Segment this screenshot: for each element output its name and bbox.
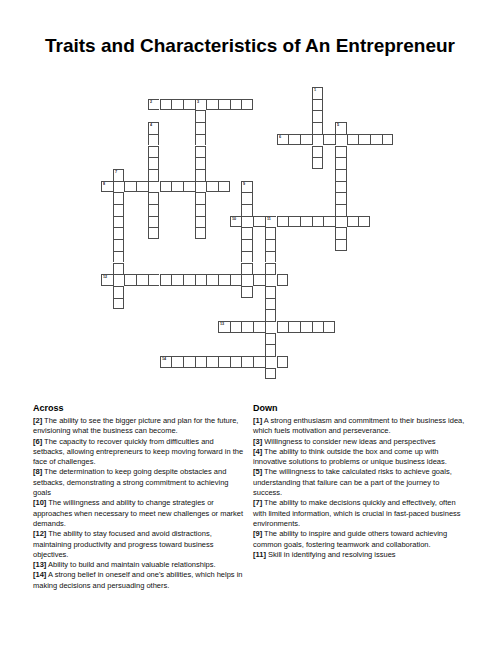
grid-cell[interactable] [265, 321, 277, 333]
grid-cell[interactable] [206, 99, 218, 111]
grid-cell[interactable] [183, 274, 195, 286]
grid-cell[interactable] [312, 110, 324, 122]
grid-cell[interactable] [241, 99, 253, 111]
grid-cell[interactable] [241, 239, 253, 251]
clue-number-label: [10] [33, 498, 46, 507]
clue-number: 10 [232, 217, 236, 221]
grid-cell[interactable] [312, 99, 324, 111]
grid-cell[interactable] [323, 321, 335, 333]
grid-cell[interactable] [300, 321, 312, 333]
grid-cell[interactable]: 9 [241, 181, 253, 193]
grid-cell[interactable] [113, 239, 125, 251]
grid-cell[interactable]: 10 [230, 216, 242, 228]
grid-cell[interactable] [218, 181, 230, 193]
grid-cell[interactable] [160, 274, 172, 286]
grid-cell[interactable] [241, 263, 253, 275]
grid-cell[interactable] [195, 110, 207, 122]
down-clue-list: [1] A strong enthusiasm and commitment t… [253, 416, 466, 560]
grid-cell[interactable] [358, 216, 370, 228]
across-clue-12: [12] The ability to stay focused and avo… [33, 529, 246, 560]
grid-cell[interactable] [113, 274, 125, 286]
across-clue-2: [2] The ability to see the bigger pictur… [33, 416, 246, 437]
grid-cell[interactable] [335, 192, 347, 204]
grid-cell[interactable] [218, 356, 230, 368]
grid-cell[interactable] [335, 134, 347, 146]
clue-number: 1 [314, 88, 316, 92]
grid-cell[interactable] [148, 157, 160, 169]
grid-cell[interactable] [241, 356, 253, 368]
grid-cell[interactable] [148, 192, 160, 204]
grid-cell[interactable] [265, 227, 277, 239]
clue-number-label: [7] [253, 498, 262, 507]
clue-number-label: [3] [253, 437, 262, 446]
grid-cell[interactable] [206, 181, 218, 193]
grid-cell[interactable] [148, 227, 160, 239]
grid-cell[interactable] [288, 321, 300, 333]
clue-number: 4 [150, 123, 152, 127]
clue-number-label: [2] [33, 416, 42, 425]
grid-cell[interactable] [265, 251, 277, 263]
grid-cell[interactable] [253, 321, 265, 333]
grid-cell[interactable] [113, 251, 125, 263]
clue-number-label: [11] [253, 550, 266, 559]
grid-cell[interactable] [171, 99, 183, 111]
grid-cell[interactable] [277, 356, 289, 368]
grid-cell[interactable] [312, 321, 324, 333]
clue-number: 5 [337, 123, 339, 127]
grid-cell[interactable] [265, 309, 277, 321]
grid-cell[interactable]: 7 [113, 169, 125, 181]
down-clue-11: [11] Skill in identifying and resolving … [253, 550, 466, 560]
grid-cell[interactable] [253, 356, 265, 368]
grid-cell[interactable] [300, 134, 312, 146]
clue-number-label: [9] [253, 529, 262, 538]
grid-cell[interactable] [195, 192, 207, 204]
grid-cell[interactable]: 2 [148, 99, 160, 111]
grid-cell[interactable] [195, 169, 207, 181]
grid-cell[interactable] [113, 192, 125, 204]
grid-cell[interactable] [113, 216, 125, 228]
grid-cell[interactable] [335, 169, 347, 181]
grid-cell[interactable] [136, 274, 148, 286]
grid-cell[interactable] [335, 181, 347, 193]
grid-cell[interactable] [265, 298, 277, 310]
grid-cell[interactable] [171, 274, 183, 286]
grid-cell[interactable] [113, 204, 125, 216]
across-clue-10: [10] The willingness and ability to chan… [33, 498, 246, 529]
clue-number: 7 [115, 170, 117, 174]
grid-cell[interactable] [265, 333, 277, 345]
clue-number-label: [13] [33, 560, 46, 569]
grid-cell[interactable] [265, 263, 277, 275]
grid-cell[interactable] [148, 216, 160, 228]
grid-cell[interactable] [195, 356, 207, 368]
grid-cell[interactable] [241, 274, 253, 286]
down-clue-1: [1] A strong enthusiasm and commitment t… [253, 416, 466, 437]
grid-cell[interactable]: 14 [160, 356, 172, 368]
down-heading: Down [253, 403, 466, 413]
grid-cell[interactable]: 6 [277, 134, 289, 146]
grid-cell[interactable] [312, 146, 324, 158]
grid-cell[interactable] [288, 216, 300, 228]
grid-cell[interactable] [148, 134, 160, 146]
clue-number-label: [4] [253, 447, 262, 456]
grid-cell[interactable] [183, 356, 195, 368]
grid-cell[interactable] [160, 99, 172, 111]
grid-cell[interactable]: 4 [148, 122, 160, 134]
grid-cell[interactable] [206, 274, 218, 286]
grid-cell[interactable] [241, 227, 253, 239]
clue-number: 3 [197, 100, 199, 104]
grid-cell[interactable] [241, 321, 253, 333]
grid-cell[interactable] [195, 204, 207, 216]
down-clue-9: [9] The ability to inspire and guide oth… [253, 529, 466, 550]
clue-number-label: [6] [33, 437, 42, 446]
grid-cell[interactable] [335, 157, 347, 169]
across-clue-list: [2] The ability to see the bigger pictur… [33, 416, 246, 591]
grid-cell[interactable] [195, 146, 207, 158]
clue-number: 11 [267, 217, 271, 221]
grid-cell[interactable] [335, 216, 347, 228]
grid-cell[interactable] [148, 204, 160, 216]
grid-cell[interactable] [195, 216, 207, 228]
across-clue-8: [8] The determination to keep going desp… [33, 467, 246, 498]
down-clues-column: Down [1] A strong enthusiasm and commitm… [253, 403, 466, 591]
clue-number: 2 [150, 100, 152, 104]
down-clue-7: [7] The ability to make decisions quickl… [253, 498, 466, 529]
grid-cell[interactable] [171, 181, 183, 193]
clue-number: 9 [243, 182, 245, 186]
grid-cell[interactable] [195, 227, 207, 239]
grid-cell[interactable] [195, 181, 207, 193]
grid-cell[interactable] [323, 216, 335, 228]
grid-cell[interactable] [312, 122, 324, 134]
grid-cell[interactable]: 3 [195, 99, 207, 111]
grid-cell[interactable] [312, 134, 324, 146]
grid-cell[interactable] [265, 344, 277, 356]
grid-cell[interactable] [195, 122, 207, 134]
clue-number-label: [14] [33, 570, 46, 579]
grid-cell[interactable] [195, 157, 207, 169]
grid-cell[interactable] [241, 216, 253, 228]
grid-cell[interactable] [335, 239, 347, 251]
grid-cell[interactable] [148, 274, 160, 286]
grid-cell[interactable] [230, 356, 242, 368]
grid-cell[interactable] [323, 134, 335, 146]
grid-cell[interactable] [148, 146, 160, 158]
grid-cell[interactable] [241, 251, 253, 263]
grid-cell[interactable] [312, 216, 324, 228]
grid-cell[interactable] [288, 134, 300, 146]
grid-cell[interactable] [265, 368, 277, 380]
grid-cell[interactable] [160, 181, 172, 193]
grid-cell[interactable] [113, 263, 125, 275]
grid-cell[interactable] [171, 356, 183, 368]
grid-cell[interactable] [277, 274, 289, 286]
grid-cell[interactable] [347, 216, 359, 228]
grid-cell[interactable] [230, 321, 242, 333]
clue-number-label: [12] [33, 529, 46, 538]
grid-cell[interactable] [230, 99, 242, 111]
down-clue-4: [4] The ability to think outside the box… [253, 447, 466, 468]
grid-cell[interactable] [195, 274, 207, 286]
down-clue-5: [5] The willingness to take calculated r… [253, 467, 466, 498]
grid-cell[interactable] [113, 181, 125, 193]
clue-area: Across [2] The ability to see the bigger… [33, 403, 467, 591]
clue-number-label: [8] [33, 467, 42, 476]
grid-cell[interactable] [347, 134, 359, 146]
grid-cell[interactable]: 5 [335, 122, 347, 134]
grid-cell[interactable]: 1 [312, 87, 324, 99]
grid-cell[interactable] [277, 321, 289, 333]
grid-cell[interactable] [382, 134, 394, 146]
grid-cell[interactable] [206, 356, 218, 368]
grid-cell[interactable] [277, 216, 289, 228]
grid-cell[interactable] [265, 239, 277, 251]
grid-cell[interactable] [124, 181, 136, 193]
grid-cell[interactable] [335, 146, 347, 158]
grid-cell[interactable] [370, 134, 382, 146]
grid-cell[interactable] [265, 286, 277, 298]
grid-cell[interactable] [312, 157, 324, 169]
grid-cell[interactable] [148, 181, 160, 193]
clue-number: 12 [103, 275, 107, 279]
grid-cell[interactable]: 13 [218, 321, 230, 333]
grid-cell[interactable] [183, 99, 195, 111]
grid-cell[interactable] [265, 356, 277, 368]
grid-cell[interactable] [253, 274, 265, 286]
grid-cell[interactable] [300, 216, 312, 228]
grid-cell[interactable] [265, 274, 277, 286]
grid-cell[interactable] [241, 286, 253, 298]
grid-cell[interactable] [113, 227, 125, 239]
down-clue-3: [3] Willingness to consider new ideas an… [253, 437, 466, 447]
grid-cell[interactable] [218, 99, 230, 111]
clue-number: 14 [162, 357, 166, 361]
clue-number: 8 [103, 182, 105, 186]
grid-cell[interactable] [183, 181, 195, 193]
grid-cell[interactable] [253, 216, 265, 228]
crossword-grid: 1234567891011121314 [101, 87, 394, 380]
clue-number: 6 [279, 135, 281, 139]
grid-cell[interactable] [113, 286, 125, 298]
grid-cell[interactable] [136, 181, 148, 193]
grid-cell[interactable]: 11 [265, 216, 277, 228]
grid-cell[interactable]: 12 [101, 274, 113, 286]
grid-cell[interactable] [113, 298, 125, 310]
clue-number: 13 [220, 322, 224, 326]
grid-cell[interactable] [230, 274, 242, 286]
puzzle-title: Traits and Characteristics of An Entrepr… [0, 35, 500, 57]
grid-cell[interactable] [218, 274, 230, 286]
clue-number-label: [1] [253, 416, 262, 425]
grid-cell[interactable] [148, 169, 160, 181]
grid-cell[interactable] [241, 192, 253, 204]
across-clue-6: [6] The capacity to recover quickly from… [33, 437, 246, 468]
clue-number-label: [5] [253, 467, 262, 476]
grid-cell[interactable] [241, 204, 253, 216]
grid-cell[interactable] [195, 134, 207, 146]
across-heading: Across [33, 403, 246, 413]
grid-cell[interactable] [358, 134, 370, 146]
grid-cell[interactable] [335, 227, 347, 239]
across-clue-13: [13] Ability to build and maintain valua… [33, 560, 246, 570]
grid-cell[interactable] [124, 274, 136, 286]
across-clues-column: Across [2] The ability to see the bigger… [33, 403, 246, 591]
grid-cell[interactable]: 8 [101, 181, 113, 193]
grid-cell[interactable] [335, 204, 347, 216]
across-clue-14: [14] A strong belief in oneself and one'… [33, 570, 246, 591]
